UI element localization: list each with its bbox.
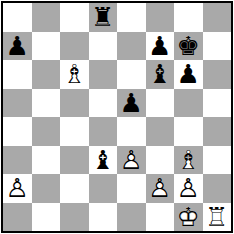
square-c4[interactable] <box>60 117 89 146</box>
square-g6[interactable]: ♟ <box>174 60 203 89</box>
square-g3[interactable]: ♝♗ <box>174 146 203 175</box>
square-d3[interactable]: ♝ <box>89 146 118 175</box>
square-h8[interactable] <box>203 3 232 32</box>
piece-white-bishop: ♝♗ <box>60 60 89 89</box>
square-h6[interactable] <box>203 60 232 89</box>
square-e6[interactable] <box>117 60 146 89</box>
piece-black-king: ♚ <box>174 32 203 61</box>
piece-white-rook: ♜♖ <box>203 203 232 232</box>
square-b7[interactable] <box>32 32 61 61</box>
square-h5[interactable] <box>203 89 232 118</box>
piece-white-pawn: ♟♙ <box>3 174 32 203</box>
piece-black-pawn: ♟ <box>3 32 32 61</box>
square-a3[interactable] <box>3 146 32 175</box>
chessboard: ♜♟♟♚♝♗♝♟♟♝♟♙♝♗♟♙♟♙♟♙♚♔♜♖ <box>1 1 233 233</box>
piece-white-pawn: ♟♙ <box>146 174 175 203</box>
piece-white-pawn: ♟♙ <box>117 146 146 175</box>
square-b5[interactable] <box>32 89 61 118</box>
piece-white-pawn: ♟♙ <box>174 174 203 203</box>
square-e1[interactable] <box>117 203 146 232</box>
square-h3[interactable] <box>203 146 232 175</box>
square-c3[interactable] <box>60 146 89 175</box>
piece-white-king: ♚♔ <box>174 203 203 232</box>
square-e7[interactable] <box>117 32 146 61</box>
square-f1[interactable] <box>146 203 175 232</box>
square-f7[interactable]: ♟ <box>146 32 175 61</box>
square-c7[interactable] <box>60 32 89 61</box>
square-e5[interactable]: ♟ <box>117 89 146 118</box>
square-g4[interactable] <box>174 117 203 146</box>
piece-black-bishop: ♝ <box>89 146 118 175</box>
square-e2[interactable] <box>117 174 146 203</box>
square-d1[interactable] <box>89 203 118 232</box>
square-d4[interactable] <box>89 117 118 146</box>
square-h2[interactable] <box>203 174 232 203</box>
square-h4[interactable] <box>203 117 232 146</box>
square-c2[interactable] <box>60 174 89 203</box>
square-e4[interactable] <box>117 117 146 146</box>
square-b8[interactable] <box>32 3 61 32</box>
square-c1[interactable] <box>60 203 89 232</box>
piece-black-pawn: ♟ <box>174 60 203 89</box>
square-b4[interactable] <box>32 117 61 146</box>
square-f2[interactable]: ♟♙ <box>146 174 175 203</box>
piece-black-rook: ♜ <box>89 3 118 32</box>
square-a4[interactable] <box>3 117 32 146</box>
square-d8[interactable]: ♜ <box>89 3 118 32</box>
square-f3[interactable] <box>146 146 175 175</box>
square-c6[interactable]: ♝♗ <box>60 60 89 89</box>
square-d5[interactable] <box>89 89 118 118</box>
square-b3[interactable] <box>32 146 61 175</box>
square-g8[interactable] <box>174 3 203 32</box>
square-a1[interactable] <box>3 203 32 232</box>
piece-black-bishop: ♝ <box>146 60 175 89</box>
chess-diagram-page: ♜♟♟♚♝♗♝♟♟♝♟♙♝♗♟♙♟♙♟♙♚♔♜♖ <box>0 0 234 234</box>
square-g7[interactable]: ♚ <box>174 32 203 61</box>
square-f6[interactable]: ♝ <box>146 60 175 89</box>
square-e3[interactable]: ♟♙ <box>117 146 146 175</box>
square-e8[interactable] <box>117 3 146 32</box>
square-c8[interactable] <box>60 3 89 32</box>
square-a7[interactable]: ♟ <box>3 32 32 61</box>
square-g1[interactable]: ♚♔ <box>174 203 203 232</box>
square-a2[interactable]: ♟♙ <box>3 174 32 203</box>
square-a6[interactable] <box>3 60 32 89</box>
square-d6[interactable] <box>89 60 118 89</box>
square-f8[interactable] <box>146 3 175 32</box>
square-h1[interactable]: ♜♖ <box>203 203 232 232</box>
square-h7[interactable] <box>203 32 232 61</box>
square-g2[interactable]: ♟♙ <box>174 174 203 203</box>
piece-black-pawn: ♟ <box>146 32 175 61</box>
square-d2[interactable] <box>89 174 118 203</box>
piece-black-pawn: ♟ <box>117 89 146 118</box>
square-c5[interactable] <box>60 89 89 118</box>
square-g5[interactable] <box>174 89 203 118</box>
square-b6[interactable] <box>32 60 61 89</box>
square-d7[interactable] <box>89 32 118 61</box>
square-b1[interactable] <box>32 203 61 232</box>
square-a8[interactable] <box>3 3 32 32</box>
piece-white-bishop: ♝♗ <box>174 146 203 175</box>
square-f5[interactable] <box>146 89 175 118</box>
square-f4[interactable] <box>146 117 175 146</box>
square-b2[interactable] <box>32 174 61 203</box>
square-a5[interactable] <box>3 89 32 118</box>
